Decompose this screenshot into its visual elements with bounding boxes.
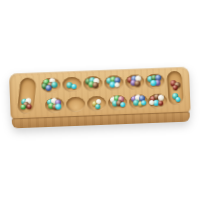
stone-darkred [172, 84, 177, 89]
stone-brightteal [120, 102, 125, 107]
stone-white [149, 99, 154, 104]
stone-teal [95, 104, 100, 109]
pit-top-3[interactable] [83, 75, 103, 91]
stone-white [96, 98, 101, 103]
stone-brown [92, 82, 98, 88]
pit-top-1[interactable] [41, 77, 61, 93]
stone-brightteal [141, 100, 146, 105]
pit-container [9, 67, 189, 74]
pit-bottom-5[interactable] [128, 94, 148, 110]
stone-brightteal [175, 96, 180, 101]
pit-top-4[interactable] [104, 75, 124, 91]
photo-scene [0, 0, 200, 200]
left-store [17, 77, 37, 114]
stone-green [20, 104, 25, 109]
pit-bottom-1[interactable] [44, 97, 64, 113]
stone-brightteal [55, 103, 61, 109]
pit-bottom-2[interactable] [65, 96, 85, 112]
pit-bottom-6[interactable] [147, 93, 167, 109]
stone-white [114, 82, 119, 87]
stone-brightteal [71, 83, 76, 88]
pit-top-6[interactable] [145, 73, 165, 89]
board-top-face [9, 67, 191, 120]
mancala-board [9, 67, 191, 129]
pit-top-5[interactable] [125, 74, 145, 90]
stone-teal [51, 82, 57, 88]
pit-bottom-4[interactable] [107, 94, 127, 110]
stone-blue [45, 85, 51, 91]
right-store [166, 71, 183, 106]
pit-top-2[interactable] [62, 76, 82, 92]
stone-darkred [26, 103, 31, 108]
pit-bottom-3[interactable] [86, 95, 106, 111]
stone-brown [134, 80, 140, 86]
stone-darkred [158, 100, 163, 105]
